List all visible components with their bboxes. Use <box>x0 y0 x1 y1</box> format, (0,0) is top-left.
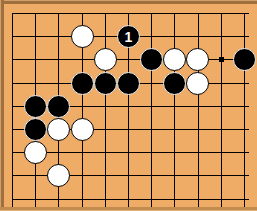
white-stone <box>47 164 70 187</box>
black-stone <box>163 72 186 95</box>
board-frame-bottom <box>0 207 257 211</box>
black-stone <box>117 72 140 95</box>
white-stone <box>47 118 70 141</box>
go-diagram: 1 <box>0 0 257 211</box>
white-stone <box>24 141 47 164</box>
black-stone <box>71 72 94 95</box>
intersection-grid: 1 <box>1 2 256 211</box>
white-stone <box>163 48 186 71</box>
black-stone <box>94 72 117 95</box>
black-stone <box>233 48 256 71</box>
white-stone <box>94 48 117 71</box>
black-stone <box>24 118 47 141</box>
black-stone <box>47 95 70 118</box>
black-stone <box>24 95 47 118</box>
black-stone <box>140 48 163 71</box>
white-stone <box>186 48 209 71</box>
white-stone <box>71 118 94 141</box>
star-point <box>219 57 224 62</box>
white-stone <box>186 72 209 95</box>
white-stone <box>71 25 94 48</box>
black-stone: 1 <box>117 25 140 48</box>
board-frame-left <box>0 0 4 211</box>
board-frame-top <box>0 0 257 4</box>
go-board: 1 <box>0 0 257 211</box>
move-number-label: 1 <box>125 29 133 43</box>
